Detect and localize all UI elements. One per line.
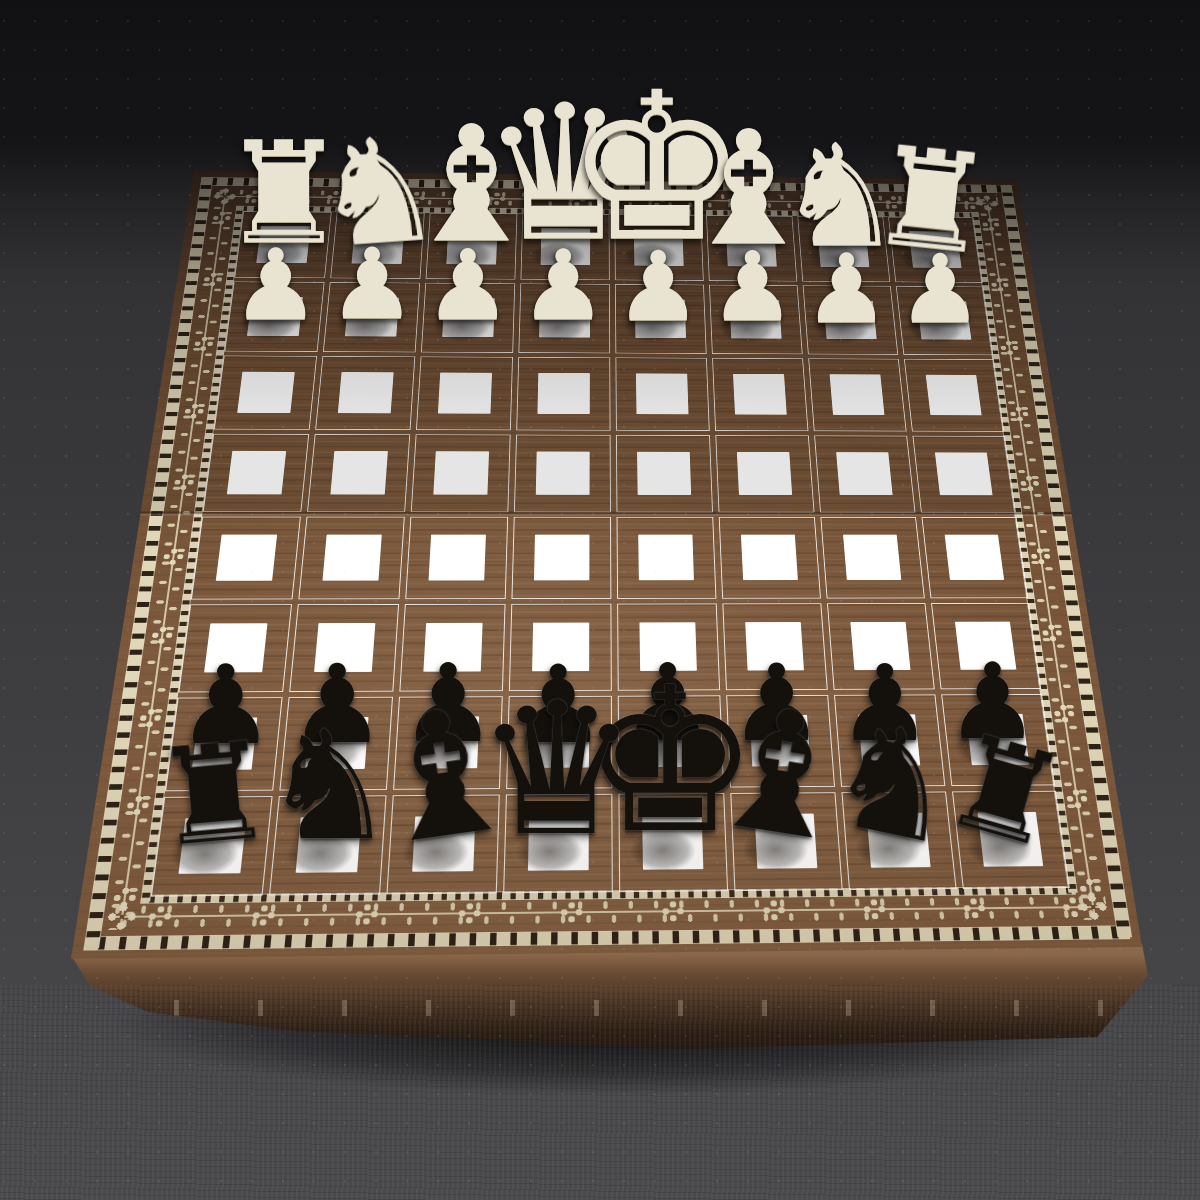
black-knight[interactable]: ♞: [261, 711, 397, 862]
white-pawn[interactable]: ♟: [897, 242, 982, 337]
white-pawn[interactable]: ♟: [710, 240, 796, 336]
white-pawn[interactable]: ♟: [520, 238, 607, 335]
white-pawn[interactable]: ♟: [232, 235, 320, 333]
white-pawn[interactable]: ♟: [328, 236, 416, 334]
white-pawn[interactable]: ♟: [424, 237, 511, 334]
black-bishop[interactable]: ♝: [694, 678, 871, 870]
white-pawn[interactable]: ♟: [804, 241, 890, 336]
pieces-layer: ♜♞♝♛♚♝♞♜♟♟♟♟♟♟♟♟♟♟♟♟♟♟♟♟♜♞♝♛♚♝♞♜: [0, 0, 1200, 1200]
black-rook[interactable]: ♜: [148, 724, 279, 868]
photo-scene: ♜♞♝♛♚♝♞♜♟♟♟♟♟♟♟♟♟♟♟♟♟♟♟♟♜♞♝♛♚♝♞♜: [0, 0, 1200, 1200]
white-pawn[interactable]: ♟: [615, 239, 701, 335]
